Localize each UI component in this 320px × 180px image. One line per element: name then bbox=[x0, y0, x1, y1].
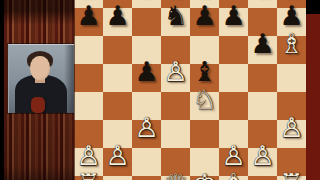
piece-wQ-d1[interactable]: ♕ bbox=[161, 170, 190, 180]
square-g1[interactable] bbox=[248, 176, 277, 180]
square-h1[interactable]: ♖ bbox=[277, 176, 306, 180]
piece-bP-e7[interactable]: ♟ bbox=[190, 2, 219, 30]
piece-wP-a2[interactable]: ♙ bbox=[74, 142, 103, 170]
board-right-border bbox=[306, 0, 320, 180]
square-c2[interactable] bbox=[132, 148, 161, 176]
square-b1[interactable] bbox=[103, 176, 132, 180]
square-f7[interactable]: ♟ bbox=[219, 8, 248, 36]
square-b5[interactable] bbox=[103, 64, 132, 92]
board-left-edge bbox=[74, 0, 75, 180]
piece-bB-c8[interactable]: ♝ bbox=[132, 0, 161, 2]
square-b7[interactable]: ♟ bbox=[103, 8, 132, 36]
piece-wK-e1[interactable]: ♔ bbox=[190, 170, 219, 180]
square-h3[interactable]: ♙ bbox=[277, 120, 306, 148]
square-a5[interactable] bbox=[74, 64, 103, 92]
piece-wP-g2[interactable]: ♙ bbox=[248, 142, 277, 170]
presenter-face bbox=[30, 56, 50, 80]
square-c3[interactable]: ♙ bbox=[132, 120, 161, 148]
piece-wN-e4[interactable]: ♘ bbox=[190, 86, 219, 114]
piece-wB-f1[interactable]: ♗ bbox=[219, 170, 248, 180]
square-g8[interactable]: ♞ bbox=[248, 0, 277, 8]
square-d5[interactable]: ♙ bbox=[161, 64, 190, 92]
square-f4[interactable] bbox=[219, 92, 248, 120]
square-a6[interactable] bbox=[74, 36, 103, 64]
square-c5[interactable]: ♟ bbox=[132, 64, 161, 92]
square-a4[interactable] bbox=[74, 92, 103, 120]
piece-wP-f2[interactable]: ♙ bbox=[219, 142, 248, 170]
piece-bP-c5[interactable]: ♟ bbox=[132, 58, 161, 86]
square-b4[interactable] bbox=[103, 92, 132, 120]
piece-bP-b7[interactable]: ♟ bbox=[103, 2, 132, 30]
square-d1[interactable]: ♕ bbox=[161, 176, 190, 180]
piece-bP-h7[interactable]: ♟ bbox=[277, 2, 306, 30]
square-e7[interactable]: ♟ bbox=[190, 8, 219, 36]
square-b6[interactable] bbox=[103, 36, 132, 64]
piece-wP-c3[interactable]: ♙ bbox=[132, 114, 161, 142]
square-a1[interactable]: ♖ bbox=[74, 176, 103, 180]
video-frame: ♜♝♛♚♞♗♟♟♞♟♟♟♟♗♟♙♝♘♙♙♙♙♙♙♖♕♔♗♖ bbox=[0, 0, 320, 180]
piece-bP-f7[interactable]: ♟ bbox=[219, 2, 248, 30]
square-c8[interactable]: ♝ bbox=[132, 0, 161, 8]
square-d4[interactable] bbox=[161, 92, 190, 120]
square-g6[interactable]: ♟ bbox=[248, 36, 277, 64]
piece-wB-h6[interactable]: ♗ bbox=[277, 30, 306, 58]
held-red-object bbox=[31, 97, 45, 113]
square-e1[interactable]: ♔ bbox=[190, 176, 219, 180]
square-c7[interactable] bbox=[132, 8, 161, 36]
piece-bP-a7[interactable]: ♟ bbox=[74, 2, 103, 30]
square-f6[interactable] bbox=[219, 36, 248, 64]
piece-bP-g6[interactable]: ♟ bbox=[248, 30, 277, 58]
square-d3[interactable] bbox=[161, 120, 190, 148]
square-f1[interactable]: ♗ bbox=[219, 176, 248, 180]
square-g4[interactable] bbox=[248, 92, 277, 120]
square-g5[interactable] bbox=[248, 64, 277, 92]
square-g2[interactable]: ♙ bbox=[248, 148, 277, 176]
piece-wP-b2[interactable]: ♙ bbox=[103, 142, 132, 170]
piece-wR-a1[interactable]: ♖ bbox=[74, 170, 103, 180]
piece-wP-d5[interactable]: ♙ bbox=[161, 58, 190, 86]
square-d7[interactable]: ♞ bbox=[161, 8, 190, 36]
piece-bB-e5[interactable]: ♝ bbox=[190, 58, 219, 86]
piece-bN-d7[interactable]: ♞ bbox=[161, 2, 190, 30]
square-b2[interactable]: ♙ bbox=[103, 148, 132, 176]
webcam-overlay bbox=[8, 44, 76, 113]
square-a7[interactable]: ♟ bbox=[74, 8, 103, 36]
square-e4[interactable]: ♘ bbox=[190, 92, 219, 120]
square-h5[interactable] bbox=[277, 64, 306, 92]
square-e3[interactable] bbox=[190, 120, 219, 148]
piece-wR-h1[interactable]: ♖ bbox=[277, 170, 306, 180]
board-viewport: ♜♝♛♚♞♗♟♟♞♟♟♟♟♗♟♙♝♘♙♙♙♙♙♙♖♕♔♗♖ bbox=[74, 0, 320, 180]
square-h6[interactable]: ♗ bbox=[277, 36, 306, 64]
piece-bN-g8[interactable]: ♞ bbox=[248, 0, 277, 2]
piece-wP-h3[interactable]: ♙ bbox=[277, 114, 306, 142]
square-f5[interactable] bbox=[219, 64, 248, 92]
square-c1[interactable] bbox=[132, 176, 161, 180]
chess-board[interactable]: ♜♝♛♚♞♗♟♟♞♟♟♟♟♗♟♙♝♘♙♙♙♙♙♙♖♕♔♗♖ bbox=[74, 0, 306, 180]
